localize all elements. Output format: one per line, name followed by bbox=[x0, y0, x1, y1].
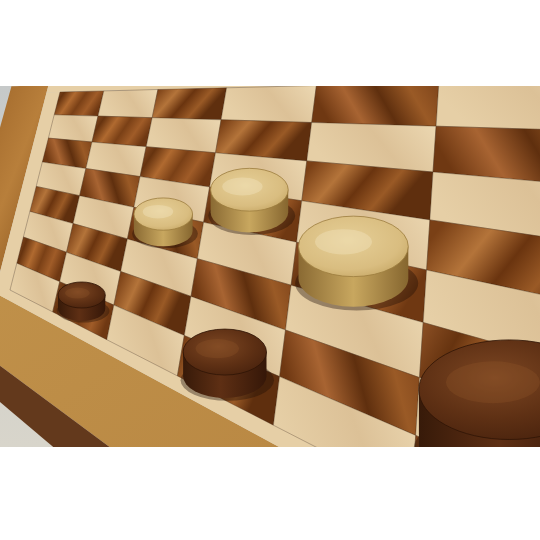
piece-grain bbox=[315, 229, 372, 254]
piece-grain bbox=[196, 339, 239, 358]
photo-page bbox=[0, 0, 540, 540]
board-square-dark[interactable] bbox=[312, 86, 439, 126]
checker-piece-light[interactable] bbox=[295, 216, 418, 310]
board-photo bbox=[0, 86, 540, 447]
board-square-light[interactable] bbox=[221, 86, 316, 123]
checkers-board bbox=[0, 86, 540, 447]
board-square-dark[interactable] bbox=[152, 88, 226, 120]
piece-grain bbox=[446, 361, 540, 403]
board-square-light[interactable] bbox=[48, 115, 98, 142]
checker-piece-light[interactable] bbox=[208, 168, 295, 235]
checker-piece-light[interactable] bbox=[132, 198, 198, 248]
piece-grain bbox=[65, 288, 90, 299]
checker-piece-dark[interactable] bbox=[57, 282, 110, 323]
piece-grain bbox=[222, 178, 262, 196]
piece-grain bbox=[143, 205, 173, 219]
board-square-light[interactable] bbox=[436, 86, 540, 132]
checker-piece-dark[interactable] bbox=[181, 329, 274, 401]
board-square-dark[interactable] bbox=[92, 116, 152, 147]
board-square-light[interactable] bbox=[98, 90, 158, 118]
board-square-dark[interactable] bbox=[54, 91, 104, 116]
